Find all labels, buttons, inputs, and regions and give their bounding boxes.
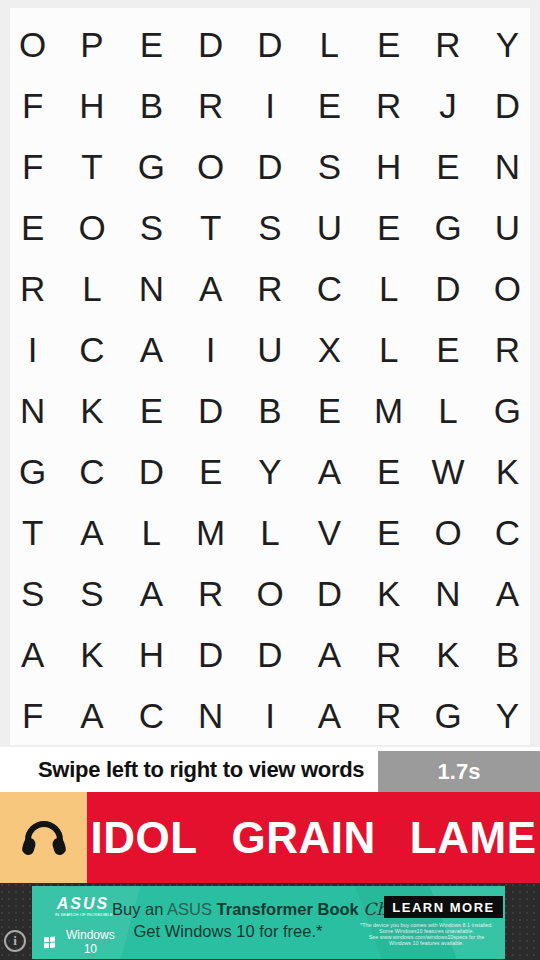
grid-cell-r8c8[interactable]: W bbox=[418, 442, 477, 503]
grid-cell-r9c8[interactable]: O bbox=[418, 503, 477, 564]
windows-flag-icon bbox=[44, 936, 55, 948]
grid-cell-r11c8[interactable]: K bbox=[418, 625, 477, 686]
headline-brand: ASUS bbox=[167, 900, 212, 918]
grid-cell-r6c1[interactable]: I bbox=[3, 319, 62, 380]
grid-cell-r9c7[interactable]: E bbox=[359, 503, 418, 564]
grid-cell-r8c2[interactable]: C bbox=[62, 442, 121, 503]
grid-cell-r12c3[interactable]: C bbox=[122, 686, 181, 747]
headline-product: Transformer Book bbox=[217, 900, 359, 918]
grid-cell-r5c7[interactable]: L bbox=[359, 258, 418, 319]
grid-cell-r1c7[interactable]: E bbox=[359, 14, 418, 75]
letter-grid[interactable]: OPEDDLERYFHBRIERJDFTGODSHENEOSTSUEGURLNA… bbox=[3, 14, 537, 747]
grid-cell-r7c1[interactable]: N bbox=[3, 380, 62, 441]
grid-cell-r4c9[interactable]: U bbox=[478, 197, 537, 258]
windows-logo-row: Windows 10 bbox=[44, 928, 122, 956]
grid-cell-r3c6[interactable]: S bbox=[300, 136, 359, 197]
grid-cell-r5c5[interactable]: R bbox=[240, 258, 299, 319]
grid-cell-r4c2[interactable]: O bbox=[62, 197, 121, 258]
grid-cell-r12c8[interactable]: G bbox=[418, 686, 477, 747]
grid-cell-r1c6[interactable]: L bbox=[300, 14, 359, 75]
headphones-icon bbox=[20, 814, 68, 862]
grid-cell-r2c3[interactable]: B bbox=[122, 75, 181, 136]
grid-cell-r2c2[interactable]: H bbox=[62, 75, 121, 136]
grid-cell-r1c8[interactable]: R bbox=[418, 14, 477, 75]
word-grain: GRAIN bbox=[232, 813, 376, 863]
grid-cell-r1c9[interactable]: Y bbox=[478, 14, 537, 75]
grid-cell-r7c7[interactable]: M bbox=[359, 380, 418, 441]
grid-cell-r8c7[interactable]: E bbox=[359, 442, 418, 503]
grid-cell-r3c1[interactable]: F bbox=[3, 136, 62, 197]
grid-cell-r9c2[interactable]: A bbox=[62, 503, 121, 564]
grid-cell-r11c7[interactable]: R bbox=[359, 625, 418, 686]
grid-cell-r5c3[interactable]: N bbox=[122, 258, 181, 319]
grid-cell-r3c4[interactable]: O bbox=[181, 136, 240, 197]
asus-logo-block: ASUS IN SEARCH OF INCREDIBLE Windows 10 bbox=[44, 896, 122, 956]
grid-cell-r12c5[interactable]: I bbox=[240, 686, 299, 747]
grid-cell-r3c7[interactable]: H bbox=[359, 136, 418, 197]
grid-cell-r6c3[interactable]: A bbox=[122, 319, 181, 380]
grid-cell-r2c5[interactable]: I bbox=[240, 75, 299, 136]
disclaimer-line: Windows 10 features available. bbox=[356, 941, 497, 947]
grid-cell-r4c6[interactable]: U bbox=[300, 197, 359, 258]
grid-cell-r11c6[interactable]: A bbox=[300, 625, 359, 686]
asus-logo: ASUS bbox=[44, 896, 122, 912]
ad-headline-line1: Buy an ASUS Transformer Book Chi bbox=[112, 899, 344, 919]
grid-cell-r5c4[interactable]: A bbox=[181, 258, 240, 319]
ad-info-icon[interactable]: i bbox=[4, 930, 26, 952]
grid-cell-r10c9[interactable]: A bbox=[478, 564, 537, 625]
grid-cell-r5c9[interactable]: O bbox=[478, 258, 537, 319]
ad-banner[interactable]: ASUS IN SEARCH OF INCREDIBLE Windows 10 … bbox=[32, 886, 505, 959]
timer-badge: 1.7s bbox=[378, 751, 540, 792]
grid-cell-r11c9[interactable]: B bbox=[478, 625, 537, 686]
grid-cell-r2c7[interactable]: R bbox=[359, 75, 418, 136]
grid-cell-r1c2[interactable]: P bbox=[62, 14, 121, 75]
grid-cell-r11c2[interactable]: K bbox=[62, 625, 121, 686]
grid-cell-r1c1[interactable]: O bbox=[3, 14, 62, 75]
grid-cell-r7c8[interactable]: L bbox=[418, 380, 477, 441]
grid-cell-r11c4[interactable]: D bbox=[181, 625, 240, 686]
grid-cell-r4c4[interactable]: T bbox=[181, 197, 240, 258]
ad-disclaimer: *The device you buy comes with Windows 8… bbox=[356, 922, 497, 947]
grid-cell-r4c3[interactable]: S bbox=[122, 197, 181, 258]
grid-cell-r11c5[interactable]: D bbox=[240, 625, 299, 686]
grid-cell-r9c1[interactable]: T bbox=[3, 503, 62, 564]
grid-cell-r12c6[interactable]: A bbox=[300, 686, 359, 747]
grid-cell-r7c6[interactable]: E bbox=[300, 380, 359, 441]
grid-cell-r1c5[interactable]: D bbox=[240, 14, 299, 75]
grid-cell-r9c3[interactable]: L bbox=[122, 503, 181, 564]
grid-cell-r5c6[interactable]: C bbox=[300, 258, 359, 319]
grid-cell-r9c4[interactable]: M bbox=[181, 503, 240, 564]
grid-cell-r10c8[interactable]: N bbox=[418, 564, 477, 625]
grid-cell-r10c2[interactable]: S bbox=[62, 564, 121, 625]
grid-cell-r7c5[interactable]: B bbox=[240, 380, 299, 441]
ad-headline-line2: Get Windows 10 for free.* bbox=[112, 922, 344, 941]
grid-cell-r3c5[interactable]: D bbox=[240, 136, 299, 197]
grid-cell-r12c9[interactable]: Y bbox=[478, 686, 537, 747]
grid-cell-r7c3[interactable]: E bbox=[122, 380, 181, 441]
grid-cell-r3c9[interactable]: N bbox=[478, 136, 537, 197]
app-screen: OPEDDLERYFHBRIERJDFTGODSHENEOSTSUEGURLNA… bbox=[0, 0, 540, 960]
asus-tagline: IN SEARCH OF INCREDIBLE bbox=[55, 912, 111, 917]
grid-cell-r5c1[interactable]: R bbox=[3, 258, 62, 319]
grid-cell-r10c6[interactable]: D bbox=[300, 564, 359, 625]
grid-cell-r2c6[interactable]: E bbox=[300, 75, 359, 136]
learn-more-button[interactable]: LEARN MORE bbox=[384, 896, 503, 918]
grid-cell-r6c7[interactable]: L bbox=[359, 319, 418, 380]
grid-cell-r4c5[interactable]: S bbox=[240, 197, 299, 258]
grid-cell-r2c4[interactable]: R bbox=[181, 75, 240, 136]
grid-cell-r6c6[interactable]: X bbox=[300, 319, 359, 380]
words-bar: IDOL GRAIN LAME bbox=[87, 792, 540, 883]
grid-cell-r8c9[interactable]: K bbox=[478, 442, 537, 503]
grid-cell-r6c2[interactable]: C bbox=[62, 319, 121, 380]
grid-cell-r8c5[interactable]: Y bbox=[240, 442, 299, 503]
grid-cell-r4c8[interactable]: G bbox=[418, 197, 477, 258]
grid-cell-r12c2[interactable]: A bbox=[62, 686, 121, 747]
grid-cell-r9c9[interactable]: C bbox=[478, 503, 537, 564]
grid-cell-r6c8[interactable]: E bbox=[418, 319, 477, 380]
ad-area: ASUS IN SEARCH OF INCREDIBLE Windows 10 … bbox=[0, 883, 540, 960]
grid-cell-r2c1[interactable]: F bbox=[3, 75, 62, 136]
headphones-button[interactable] bbox=[0, 792, 87, 883]
word-row: IDOL GRAIN LAME bbox=[0, 792, 540, 883]
grid-cell-r10c1[interactable]: S bbox=[3, 564, 62, 625]
grid-cell-r4c7[interactable]: E bbox=[359, 197, 418, 258]
ad-headline: Buy an ASUS Transformer Book Chi Get Win… bbox=[112, 899, 344, 941]
grid-cell-r6c9[interactable]: R bbox=[478, 319, 537, 380]
grid-cell-r6c5[interactable]: U bbox=[240, 319, 299, 380]
grid-cell-r4c1[interactable]: E bbox=[3, 197, 62, 258]
grid-cell-r5c2[interactable]: L bbox=[62, 258, 121, 319]
grid-cell-r7c9[interactable]: G bbox=[478, 380, 537, 441]
grid-cell-r9c6[interactable]: V bbox=[300, 503, 359, 564]
grid-cell-r7c4[interactable]: D bbox=[181, 380, 240, 441]
grid-cell-r3c2[interactable]: T bbox=[62, 136, 121, 197]
grid-cell-r3c8[interactable]: E bbox=[418, 136, 477, 197]
grid-cell-r10c4[interactable]: R bbox=[181, 564, 240, 625]
grid-cell-r11c3[interactable]: H bbox=[122, 625, 181, 686]
word-idol: IDOL bbox=[90, 813, 197, 863]
grid-cell-r8c1[interactable]: G bbox=[3, 442, 62, 503]
grid-cell-r7c2[interactable]: K bbox=[62, 380, 121, 441]
grid-cell-r6c4[interactable]: I bbox=[181, 319, 240, 380]
headline-prefix: Buy an bbox=[112, 900, 163, 918]
grid-cell-r10c3[interactable]: A bbox=[122, 564, 181, 625]
grid-cell-r3c3[interactable]: G bbox=[122, 136, 181, 197]
grid-cell-r11c1[interactable]: A bbox=[3, 625, 62, 686]
grid-cell-r10c7[interactable]: K bbox=[359, 564, 418, 625]
grid-cell-r12c4[interactable]: N bbox=[181, 686, 240, 747]
grid-cell-r9c5[interactable]: L bbox=[240, 503, 299, 564]
grid-cell-r2c9[interactable]: D bbox=[478, 75, 537, 136]
grid-cell-r1c4[interactable]: D bbox=[181, 14, 240, 75]
hint-text: Swipe left to right to view words bbox=[38, 747, 364, 792]
grid-cell-r8c6[interactable]: A bbox=[300, 442, 359, 503]
grid-cell-r10c5[interactable]: O bbox=[240, 564, 299, 625]
grid-cell-r5c8[interactable]: D bbox=[418, 258, 477, 319]
hint-bar: Swipe left to right to view words 1.7s bbox=[0, 747, 540, 792]
word-lame: LAME bbox=[410, 813, 537, 863]
grid-cell-r8c4[interactable]: E bbox=[181, 442, 240, 503]
grid-cell-r2c8[interactable]: J bbox=[418, 75, 477, 136]
grid-cell-r12c1[interactable]: F bbox=[3, 686, 62, 747]
grid-cell-r1c3[interactable]: E bbox=[122, 14, 181, 75]
grid-cell-r12c7[interactable]: R bbox=[359, 686, 418, 747]
grid-cell-r8c3[interactable]: D bbox=[122, 442, 181, 503]
